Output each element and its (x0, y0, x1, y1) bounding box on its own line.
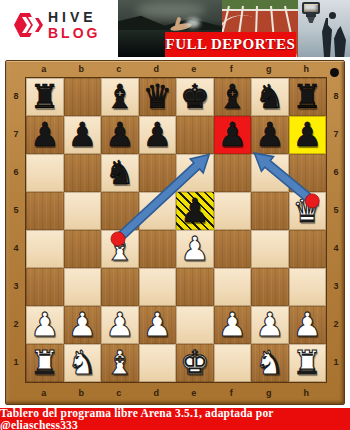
piece-white-pawn: ♟ (217, 306, 247, 344)
piece-black-rook: ♜ (292, 78, 322, 116)
square-e6[interactable] (176, 154, 214, 192)
square-e5[interactable]: ♟ (176, 192, 214, 230)
board-grid: ♜♝♛♚♝♞♜♟♟♟♟♟♟♟♞♟♛♝♟♟♟♟♟♟♟♟♜♞♝♚♞♜ (25, 77, 327, 383)
coord-label: 6 (7, 153, 25, 191)
piece-black-queen: ♛ (142, 78, 172, 116)
square-g7[interactable]: ♟ (251, 116, 289, 154)
piece-white-knight: ♞ (255, 344, 285, 382)
square-a5[interactable] (26, 192, 64, 230)
square-h2[interactable]: ♟ (289, 306, 327, 344)
piece-black-pawn: ♟ (255, 116, 285, 154)
coord-label: 8 (7, 77, 25, 115)
piece-black-bishop: ♝ (105, 78, 135, 116)
square-a7[interactable]: ♟ (26, 116, 64, 154)
square-g2[interactable]: ♟ (251, 306, 289, 344)
piece-black-king: ♚ (180, 78, 210, 116)
piece-white-pawn: ♟ (255, 306, 285, 344)
square-c6[interactable]: ♞ (101, 154, 139, 192)
piece-black-knight: ♞ (105, 154, 135, 192)
square-d1[interactable] (139, 344, 177, 382)
coord-label: 7 (327, 115, 345, 153)
square-a1[interactable]: ♜ (26, 344, 64, 382)
square-a6[interactable] (26, 154, 64, 192)
piece-black-rook: ♜ (30, 78, 60, 116)
square-f7[interactable]: ♟ (214, 116, 252, 154)
square-c8[interactable]: ♝ (101, 78, 139, 116)
square-c3[interactable] (101, 268, 139, 306)
piece-black-pawn: ♟ (180, 192, 210, 230)
piece-white-pawn: ♟ (180, 230, 210, 268)
side-to-move-indicator (330, 68, 339, 77)
rank-labels-left: 87654321 (7, 77, 25, 381)
square-c1[interactable]: ♝ (101, 344, 139, 382)
logo-text-blog: BLOG (48, 26, 100, 40)
piece-white-bishop: ♝ (105, 230, 135, 268)
coord-label: d (138, 383, 176, 404)
square-c7[interactable]: ♟ (101, 116, 139, 154)
piece-white-pawn: ♟ (142, 306, 172, 344)
square-c5[interactable] (101, 192, 139, 230)
rank-labels-right: 87654321 (327, 77, 345, 381)
square-h5[interactable]: ♛ (289, 192, 327, 230)
coord-label: f (213, 383, 251, 404)
square-h6[interactable] (289, 154, 327, 192)
coord-label: d (138, 62, 176, 77)
piece-black-knight: ♞ (255, 78, 285, 116)
file-labels-top: abcdefgh (25, 62, 325, 77)
square-d4[interactable] (139, 230, 177, 268)
full-deportes-banner: FULL DEPORTES (165, 32, 296, 57)
square-b4[interactable] (64, 230, 102, 268)
square-e8[interactable]: ♚ (176, 78, 214, 116)
square-f3[interactable] (214, 268, 252, 306)
square-g3[interactable] (251, 268, 289, 306)
square-e3[interactable] (176, 268, 214, 306)
square-h7[interactable]: ♟ (289, 116, 327, 154)
square-f1[interactable] (214, 344, 252, 382)
square-f6[interactable] (214, 154, 252, 192)
basketball-photo (298, 0, 350, 57)
square-a4[interactable] (26, 230, 64, 268)
coord-label: 1 (7, 343, 25, 381)
square-b2[interactable]: ♟ (64, 306, 102, 344)
logo-text-hive: HIVE (48, 10, 100, 24)
piece-white-rook: ♜ (292, 344, 322, 382)
square-b3[interactable] (64, 268, 102, 306)
square-f2[interactable]: ♟ (214, 306, 252, 344)
caption-bar: Tablero del programa libre Arena 3.5.1, … (0, 408, 350, 430)
square-h3[interactable] (289, 268, 327, 306)
piece-white-king: ♚ (180, 344, 210, 382)
piece-black-pawn: ♟ (67, 116, 97, 154)
square-a2[interactable]: ♟ (26, 306, 64, 344)
square-g4[interactable] (251, 230, 289, 268)
coord-label: 4 (7, 229, 25, 267)
coord-label: 2 (7, 305, 25, 343)
coord-label: g (250, 62, 288, 77)
coord-label: h (288, 383, 326, 404)
piece-white-bishop: ♝ (105, 344, 135, 382)
piece-white-pawn: ♟ (67, 306, 97, 344)
coord-label: g (250, 383, 288, 404)
hive-logo-icon (14, 12, 41, 38)
chess-board: abcdefgh abcdefgh 87654321 87654321 ♜♝♛♚… (5, 60, 345, 405)
piece-white-pawn: ♟ (105, 306, 135, 344)
coord-label: a (25, 383, 63, 404)
square-h1[interactable]: ♜ (289, 344, 327, 382)
square-d3[interactable] (139, 268, 177, 306)
coord-label: 1 (327, 343, 345, 381)
coord-label: 6 (327, 153, 345, 191)
coord-label: a (25, 62, 63, 77)
coord-label: 4 (327, 229, 345, 267)
page: HIVE BLOG FULL DEPORTES (0, 0, 350, 430)
coord-label: e (175, 62, 213, 77)
square-b5[interactable] (64, 192, 102, 230)
square-e4[interactable]: ♟ (176, 230, 214, 268)
square-f5[interactable] (214, 192, 252, 230)
square-d7[interactable]: ♟ (139, 116, 177, 154)
coord-label: e (175, 383, 213, 404)
piece-white-queen: ♛ (292, 192, 322, 230)
piece-black-pawn: ♟ (142, 116, 172, 154)
coord-label: c (100, 383, 138, 404)
square-h8[interactable]: ♜ (289, 78, 327, 116)
header: HIVE BLOG FULL DEPORTES (0, 0, 350, 57)
coord-label: 8 (327, 77, 345, 115)
square-e2[interactable] (176, 306, 214, 344)
square-f4[interactable] (214, 230, 252, 268)
square-e1[interactable]: ♚ (176, 344, 214, 382)
square-d8[interactable]: ♛ (139, 78, 177, 116)
square-a3[interactable] (26, 268, 64, 306)
coord-label: h (288, 62, 326, 77)
square-b1[interactable]: ♞ (64, 344, 102, 382)
square-c4[interactable]: ♝ (101, 230, 139, 268)
square-e7[interactable] (176, 116, 214, 154)
piece-black-pawn: ♟ (292, 116, 322, 154)
piece-white-knight: ♞ (67, 344, 97, 382)
coord-label: 5 (7, 191, 25, 229)
square-f8[interactable]: ♝ (214, 78, 252, 116)
square-b8[interactable] (64, 78, 102, 116)
square-d2[interactable]: ♟ (139, 306, 177, 344)
piece-black-pawn: ♟ (217, 116, 247, 154)
piece-black-pawn: ♟ (30, 116, 60, 154)
coord-label: b (63, 383, 101, 404)
square-g5[interactable] (251, 192, 289, 230)
square-g8[interactable]: ♞ (251, 78, 289, 116)
piece-white-rook: ♜ (30, 344, 60, 382)
coord-label: 2 (327, 305, 345, 343)
coord-label: b (63, 62, 101, 77)
coord-label: 7 (7, 115, 25, 153)
square-a8[interactable]: ♜ (26, 78, 64, 116)
coord-label: 5 (327, 191, 345, 229)
file-labels-bottom: abcdefgh (25, 383, 325, 404)
hive-blog-logo[interactable]: HIVE BLOG (14, 10, 100, 40)
coord-label: f (213, 62, 251, 77)
square-d5[interactable] (139, 192, 177, 230)
square-b6[interactable] (64, 154, 102, 192)
coord-label: 3 (7, 267, 25, 305)
square-g1[interactable]: ♞ (251, 344, 289, 382)
square-c2[interactable]: ♟ (101, 306, 139, 344)
piece-white-pawn: ♟ (292, 306, 322, 344)
coord-label: 3 (327, 267, 345, 305)
square-h4[interactable] (289, 230, 327, 268)
piece-black-pawn: ♟ (105, 116, 135, 154)
piece-white-pawn: ♟ (30, 306, 60, 344)
square-g6[interactable] (251, 154, 289, 192)
square-d6[interactable] (139, 154, 177, 192)
square-b7[interactable]: ♟ (64, 116, 102, 154)
coord-label: c (100, 62, 138, 77)
piece-black-bishop: ♝ (217, 78, 247, 116)
